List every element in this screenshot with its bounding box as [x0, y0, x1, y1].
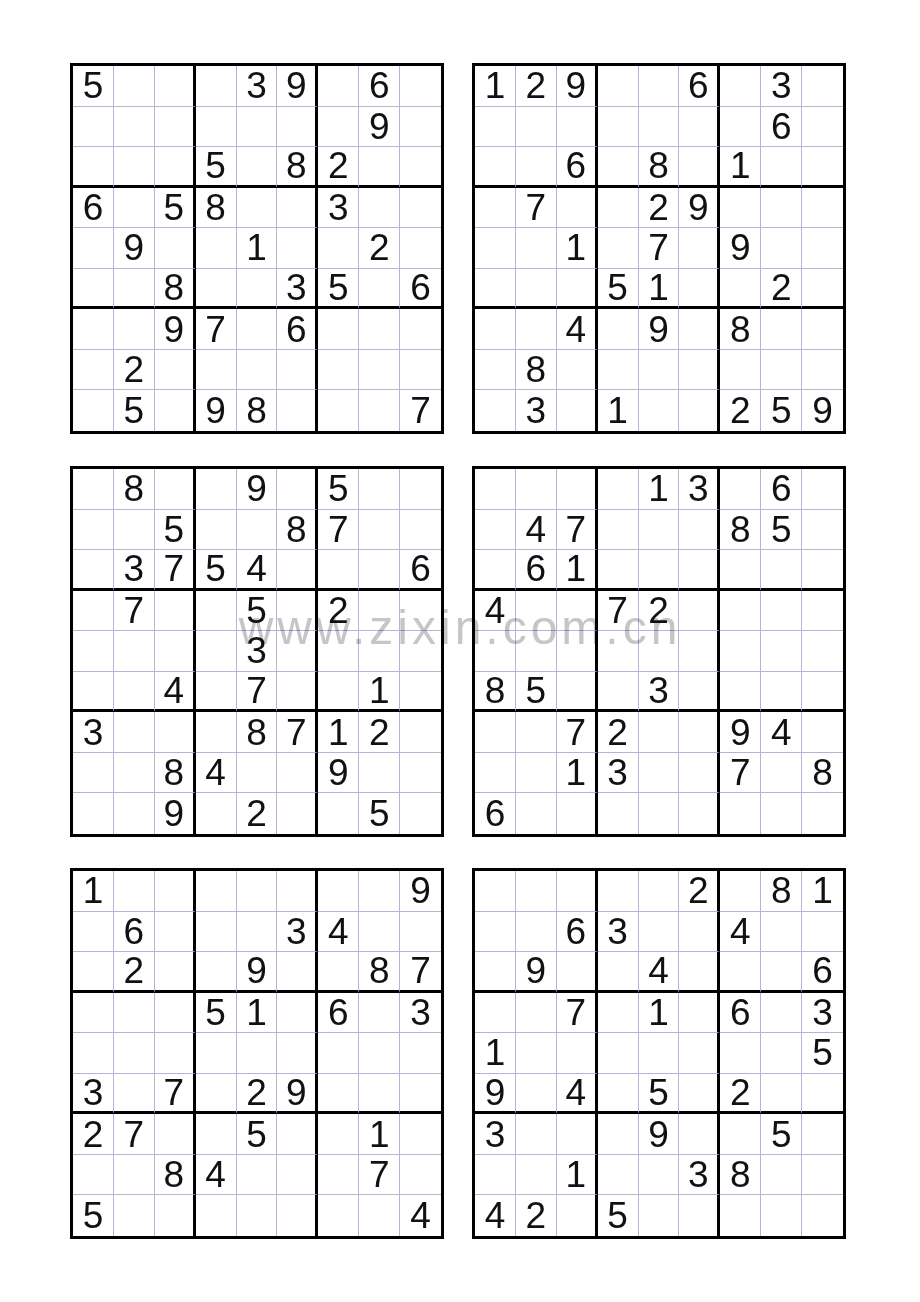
cell-p5-r5c9[interactable]: [400, 1033, 441, 1074]
cell-p2-r4c7[interactable]: [720, 188, 761, 229]
cell-p4-r7c2[interactable]: [516, 712, 557, 753]
cell-p3-r7c4[interactable]: [196, 712, 237, 753]
cell-p3-r4c3[interactable]: [155, 591, 196, 632]
cell-p3-r3c8[interactable]: [359, 550, 400, 591]
cell-p5-r1c3[interactable]: [155, 871, 196, 912]
cell-p1-r9c8[interactable]: [359, 390, 400, 431]
cell-p5-r5c6[interactable]: [277, 1033, 318, 1074]
cell-p2-r2c7[interactable]: [720, 107, 761, 148]
cell-p6-r8c4[interactable]: [598, 1155, 639, 1196]
cell-p6-r8c5[interactable]: [639, 1155, 680, 1196]
cell-p3-r1c3[interactable]: [155, 469, 196, 510]
cell-p3-r6c4[interactable]: [196, 672, 237, 713]
cell-p5-r8c7[interactable]: [318, 1155, 359, 1196]
cell-p6-r9c7[interactable]: [720, 1195, 761, 1236]
cell-p5-r2c8[interactable]: [359, 912, 400, 953]
cell-p5-r1c6[interactable]: [277, 871, 318, 912]
cell-p5-r7c6[interactable]: [277, 1114, 318, 1155]
cell-p4-r5c1[interactable]: [475, 631, 516, 672]
cell-p5-r7c9[interactable]: [400, 1114, 441, 1155]
cell-p6-r9c3[interactable]: [557, 1195, 598, 1236]
cell-p6-r6c2[interactable]: [516, 1074, 557, 1115]
cell-p3-r1c8[interactable]: [359, 469, 400, 510]
cell-p1-r2c4[interactable]: [196, 107, 237, 148]
cell-p4-r7c1[interactable]: [475, 712, 516, 753]
cell-p4-r6c8[interactable]: [761, 672, 802, 713]
cell-p6-r8c8[interactable]: [761, 1155, 802, 1196]
cell-p4-r3c8[interactable]: [761, 550, 802, 591]
cell-p4-r8c1[interactable]: [475, 753, 516, 794]
cell-p5-r3c6[interactable]: [277, 952, 318, 993]
cell-p1-r4c9[interactable]: [400, 188, 441, 229]
cell-p2-r4c3[interactable]: [557, 188, 598, 229]
cell-p4-r7c9[interactable]: [802, 712, 843, 753]
cell-p3-r6c9[interactable]: [400, 672, 441, 713]
cell-p2-r8c4[interactable]: [598, 350, 639, 391]
cell-p4-r1c2[interactable]: [516, 469, 557, 510]
cell-p1-r1c9[interactable]: [400, 66, 441, 107]
cell-p3-r6c2[interactable]: [114, 672, 155, 713]
cell-p1-r3c9[interactable]: [400, 147, 441, 188]
cell-p6-r1c1[interactable]: [475, 871, 516, 912]
cell-p5-r4c3[interactable]: [155, 993, 196, 1034]
cell-p4-r4c7[interactable]: [720, 591, 761, 632]
cell-p4-r3c1[interactable]: [475, 550, 516, 591]
cell-p2-r4c8[interactable]: [761, 188, 802, 229]
cell-p5-r9c5[interactable]: [237, 1195, 278, 1236]
cell-p6-r3c3[interactable]: [557, 952, 598, 993]
cell-p5-r7c7[interactable]: [318, 1114, 359, 1155]
cell-p2-r3c8[interactable]: [761, 147, 802, 188]
cell-p6-r3c8[interactable]: [761, 952, 802, 993]
cell-p4-r1c9[interactable]: [802, 469, 843, 510]
cell-p2-r2c3[interactable]: [557, 107, 598, 148]
cell-p1-r2c2[interactable]: [114, 107, 155, 148]
cell-p2-r5c9[interactable]: [802, 228, 843, 269]
cell-p1-r8c8[interactable]: [359, 350, 400, 391]
cell-p5-r2c4[interactable]: [196, 912, 237, 953]
cell-p6-r7c9[interactable]: [802, 1114, 843, 1155]
cell-p2-r1c9[interactable]: [802, 66, 843, 107]
cell-p1-r3c8[interactable]: [359, 147, 400, 188]
cell-p2-r8c1[interactable]: [475, 350, 516, 391]
cell-p5-r1c4[interactable]: [196, 871, 237, 912]
cell-p3-r2c1[interactable]: [73, 510, 114, 551]
cell-p1-r6c5[interactable]: [237, 269, 278, 310]
cell-p3-r5c1[interactable]: [73, 631, 114, 672]
cell-p4-r8c2[interactable]: [516, 753, 557, 794]
cell-p2-r4c1[interactable]: [475, 188, 516, 229]
cell-p3-r1c6[interactable]: [277, 469, 318, 510]
cell-p6-r5c5[interactable]: [639, 1033, 680, 1074]
cell-p4-r9c8[interactable]: [761, 793, 802, 834]
cell-p6-r8c1[interactable]: [475, 1155, 516, 1196]
cell-p1-r9c6[interactable]: [277, 390, 318, 431]
cell-p6-r2c2[interactable]: [516, 912, 557, 953]
cell-p1-r4c5[interactable]: [237, 188, 278, 229]
cell-p6-r3c4[interactable]: [598, 952, 639, 993]
cell-p2-r8c7[interactable]: [720, 350, 761, 391]
cell-p4-r9c6[interactable]: [679, 793, 720, 834]
cell-p3-r9c1[interactable]: [73, 793, 114, 834]
cell-p4-r9c2[interactable]: [516, 793, 557, 834]
cell-p5-r5c5[interactable]: [237, 1033, 278, 1074]
cell-p5-r5c4[interactable]: [196, 1033, 237, 1074]
cell-p1-r1c3[interactable]: [155, 66, 196, 107]
cell-p4-r8c6[interactable]: [679, 753, 720, 794]
cell-p1-r6c8[interactable]: [359, 269, 400, 310]
cell-p5-r3c4[interactable]: [196, 952, 237, 993]
cell-p6-r4c8[interactable]: [761, 993, 802, 1034]
cell-p5-r2c1[interactable]: [73, 912, 114, 953]
cell-p2-r5c6[interactable]: [679, 228, 720, 269]
cell-p5-r5c1[interactable]: [73, 1033, 114, 1074]
cell-p2-r9c6[interactable]: [679, 390, 720, 431]
cell-p1-r2c9[interactable]: [400, 107, 441, 148]
cell-p4-r5c4[interactable]: [598, 631, 639, 672]
cell-p4-r2c6[interactable]: [679, 510, 720, 551]
cell-p1-r8c5[interactable]: [237, 350, 278, 391]
cell-p4-r3c6[interactable]: [679, 550, 720, 591]
cell-p2-r3c1[interactable]: [475, 147, 516, 188]
cell-p5-r8c1[interactable]: [73, 1155, 114, 1196]
cell-p5-r8c9[interactable]: [400, 1155, 441, 1196]
cell-p1-r4c8[interactable]: [359, 188, 400, 229]
cell-p3-r9c6[interactable]: [277, 793, 318, 834]
cell-p2-r8c3[interactable]: [557, 350, 598, 391]
cell-p5-r6c2[interactable]: [114, 1074, 155, 1115]
cell-p4-r9c5[interactable]: [639, 793, 680, 834]
cell-p4-r1c7[interactable]: [720, 469, 761, 510]
cell-p6-r1c4[interactable]: [598, 871, 639, 912]
cell-p6-r4c6[interactable]: [679, 993, 720, 1034]
cell-p2-r2c4[interactable]: [598, 107, 639, 148]
cell-p1-r3c2[interactable]: [114, 147, 155, 188]
cell-p1-r2c1[interactable]: [73, 107, 114, 148]
cell-p5-r5c8[interactable]: [359, 1033, 400, 1074]
cell-p3-r3c7[interactable]: [318, 550, 359, 591]
cell-p5-r3c3[interactable]: [155, 952, 196, 993]
cell-p2-r2c2[interactable]: [516, 107, 557, 148]
cell-p6-r3c6[interactable]: [679, 952, 720, 993]
cell-p5-r7c4[interactable]: [196, 1114, 237, 1155]
cell-p6-r6c4[interactable]: [598, 1074, 639, 1115]
cell-p5-r4c8[interactable]: [359, 993, 400, 1034]
cell-p2-r9c1[interactable]: [475, 390, 516, 431]
cell-p4-r4c2[interactable]: [516, 591, 557, 632]
cell-p6-r9c5[interactable]: [639, 1195, 680, 1236]
cell-p5-r2c3[interactable]: [155, 912, 196, 953]
cell-p2-r8c6[interactable]: [679, 350, 720, 391]
cell-p6-r9c8[interactable]: [761, 1195, 802, 1236]
cell-p5-r6c8[interactable]: [359, 1074, 400, 1115]
cell-p5-r1c8[interactable]: [359, 871, 400, 912]
cell-p1-r5c9[interactable]: [400, 228, 441, 269]
cell-p5-r1c5[interactable]: [237, 871, 278, 912]
cell-p2-r3c6[interactable]: [679, 147, 720, 188]
cell-p1-r7c2[interactable]: [114, 309, 155, 350]
cell-p3-r1c9[interactable]: [400, 469, 441, 510]
cell-p2-r6c7[interactable]: [720, 269, 761, 310]
cell-p4-r9c4[interactable]: [598, 793, 639, 834]
cell-p6-r2c1[interactable]: [475, 912, 516, 953]
cell-p6-r7c7[interactable]: [720, 1114, 761, 1155]
cell-p5-r3c1[interactable]: [73, 952, 114, 993]
cell-p2-r7c6[interactable]: [679, 309, 720, 350]
cell-p5-r1c2[interactable]: [114, 871, 155, 912]
cell-p3-r8c5[interactable]: [237, 753, 278, 794]
cell-p3-r1c1[interactable]: [73, 469, 114, 510]
cell-p2-r5c8[interactable]: [761, 228, 802, 269]
cell-p5-r9c6[interactable]: [277, 1195, 318, 1236]
cell-p5-r9c2[interactable]: [114, 1195, 155, 1236]
cell-p3-r8c9[interactable]: [400, 753, 441, 794]
cell-p5-r4c6[interactable]: [277, 993, 318, 1034]
cell-p4-r7c6[interactable]: [679, 712, 720, 753]
cell-p6-r2c8[interactable]: [761, 912, 802, 953]
cell-p5-r6c7[interactable]: [318, 1074, 359, 1115]
cell-p1-r3c1[interactable]: [73, 147, 114, 188]
cell-p1-r8c3[interactable]: [155, 350, 196, 391]
cell-p3-r5c7[interactable]: [318, 631, 359, 672]
cell-p4-r5c5[interactable]: [639, 631, 680, 672]
cell-p5-r1c7[interactable]: [318, 871, 359, 912]
cell-p2-r4c9[interactable]: [802, 188, 843, 229]
cell-p4-r2c1[interactable]: [475, 510, 516, 551]
cell-p1-r2c3[interactable]: [155, 107, 196, 148]
cell-p4-r4c6[interactable]: [679, 591, 720, 632]
cell-p5-r6c9[interactable]: [400, 1074, 441, 1115]
cell-p1-r7c9[interactable]: [400, 309, 441, 350]
cell-p4-r3c7[interactable]: [720, 550, 761, 591]
cell-p5-r4c1[interactable]: [73, 993, 114, 1034]
cell-p4-r2c9[interactable]: [802, 510, 843, 551]
cell-p4-r9c9[interactable]: [802, 793, 843, 834]
cell-p2-r7c1[interactable]: [475, 309, 516, 350]
cell-p2-r1c4[interactable]: [598, 66, 639, 107]
cell-p4-r5c7[interactable]: [720, 631, 761, 672]
cell-p3-r4c4[interactable]: [196, 591, 237, 632]
cell-p5-r4c2[interactable]: [114, 993, 155, 1034]
cell-p1-r8c7[interactable]: [318, 350, 359, 391]
cell-p4-r1c1[interactable]: [475, 469, 516, 510]
cell-p5-r5c2[interactable]: [114, 1033, 155, 1074]
cell-p5-r8c2[interactable]: [114, 1155, 155, 1196]
cell-p1-r2c6[interactable]: [277, 107, 318, 148]
cell-p2-r3c9[interactable]: [802, 147, 843, 188]
cell-p4-r5c8[interactable]: [761, 631, 802, 672]
cell-p4-r8c5[interactable]: [639, 753, 680, 794]
cell-p3-r9c7[interactable]: [318, 793, 359, 834]
cell-p4-r6c7[interactable]: [720, 672, 761, 713]
cell-p1-r7c5[interactable]: [237, 309, 278, 350]
cell-p3-r9c2[interactable]: [114, 793, 155, 834]
cell-p3-r4c1[interactable]: [73, 591, 114, 632]
cell-p4-r3c9[interactable]: [802, 550, 843, 591]
cell-p5-r5c3[interactable]: [155, 1033, 196, 1074]
cell-p2-r9c3[interactable]: [557, 390, 598, 431]
cell-p3-r7c3[interactable]: [155, 712, 196, 753]
cell-p6-r3c1[interactable]: [475, 952, 516, 993]
cell-p2-r8c8[interactable]: [761, 350, 802, 391]
cell-p4-r1c3[interactable]: [557, 469, 598, 510]
cell-p1-r2c5[interactable]: [237, 107, 278, 148]
cell-p1-r5c3[interactable]: [155, 228, 196, 269]
cell-p6-r6c9[interactable]: [802, 1074, 843, 1115]
cell-p6-r7c6[interactable]: [679, 1114, 720, 1155]
cell-p3-r3c1[interactable]: [73, 550, 114, 591]
cell-p5-r6c4[interactable]: [196, 1074, 237, 1115]
cell-p2-r2c5[interactable]: [639, 107, 680, 148]
cell-p1-r9c3[interactable]: [155, 390, 196, 431]
cell-p4-r8c8[interactable]: [761, 753, 802, 794]
cell-p6-r4c4[interactable]: [598, 993, 639, 1034]
cell-p2-r6c1[interactable]: [475, 269, 516, 310]
cell-p2-r8c9[interactable]: [802, 350, 843, 391]
cell-p6-r6c6[interactable]: [679, 1074, 720, 1115]
cell-p5-r3c7[interactable]: [318, 952, 359, 993]
cell-p2-r7c8[interactable]: [761, 309, 802, 350]
cell-p6-r7c2[interactable]: [516, 1114, 557, 1155]
cell-p5-r9c3[interactable]: [155, 1195, 196, 1236]
cell-p5-r7c3[interactable]: [155, 1114, 196, 1155]
cell-p6-r5c6[interactable]: [679, 1033, 720, 1074]
cell-p2-r7c4[interactable]: [598, 309, 639, 350]
cell-p3-r8c6[interactable]: [277, 753, 318, 794]
cell-p1-r6c2[interactable]: [114, 269, 155, 310]
cell-p3-r5c2[interactable]: [114, 631, 155, 672]
cell-p1-r3c3[interactable]: [155, 147, 196, 188]
cell-p4-r4c9[interactable]: [802, 591, 843, 632]
cell-p1-r7c8[interactable]: [359, 309, 400, 350]
cell-p3-r5c3[interactable]: [155, 631, 196, 672]
cell-p4-r7c5[interactable]: [639, 712, 680, 753]
cell-p3-r2c4[interactable]: [196, 510, 237, 551]
cell-p3-r4c9[interactable]: [400, 591, 441, 632]
cell-p4-r4c8[interactable]: [761, 591, 802, 632]
cell-p3-r5c6[interactable]: [277, 631, 318, 672]
cell-p6-r2c5[interactable]: [639, 912, 680, 953]
cell-p3-r6c6[interactable]: [277, 672, 318, 713]
cell-p5-r5c7[interactable]: [318, 1033, 359, 1074]
cell-p1-r9c7[interactable]: [318, 390, 359, 431]
cell-p3-r7c9[interactable]: [400, 712, 441, 753]
cell-p6-r6c8[interactable]: [761, 1074, 802, 1115]
cell-p4-r6c3[interactable]: [557, 672, 598, 713]
cell-p4-r5c6[interactable]: [679, 631, 720, 672]
cell-p4-r3c4[interactable]: [598, 550, 639, 591]
cell-p4-r2c4[interactable]: [598, 510, 639, 551]
cell-p6-r1c2[interactable]: [516, 871, 557, 912]
cell-p2-r2c6[interactable]: [679, 107, 720, 148]
cell-p1-r5c6[interactable]: [277, 228, 318, 269]
cell-p2-r6c2[interactable]: [516, 269, 557, 310]
cell-p3-r8c2[interactable]: [114, 753, 155, 794]
cell-p1-r4c6[interactable]: [277, 188, 318, 229]
cell-p4-r1c4[interactable]: [598, 469, 639, 510]
cell-p1-r7c1[interactable]: [73, 309, 114, 350]
cell-p3-r3c6[interactable]: [277, 550, 318, 591]
cell-p6-r2c6[interactable]: [679, 912, 720, 953]
cell-p6-r3c7[interactable]: [720, 952, 761, 993]
cell-p6-r5c2[interactable]: [516, 1033, 557, 1074]
cell-p3-r4c8[interactable]: [359, 591, 400, 632]
cell-p4-r5c9[interactable]: [802, 631, 843, 672]
cell-p2-r7c9[interactable]: [802, 309, 843, 350]
cell-p4-r5c2[interactable]: [516, 631, 557, 672]
cell-p3-r6c7[interactable]: [318, 672, 359, 713]
cell-p6-r8c2[interactable]: [516, 1155, 557, 1196]
cell-p3-r2c2[interactable]: [114, 510, 155, 551]
cell-p6-r2c9[interactable]: [802, 912, 843, 953]
cell-p2-r2c9[interactable]: [802, 107, 843, 148]
cell-p5-r2c5[interactable]: [237, 912, 278, 953]
cell-p3-r2c9[interactable]: [400, 510, 441, 551]
cell-p3-r1c4[interactable]: [196, 469, 237, 510]
cell-p4-r9c3[interactable]: [557, 793, 598, 834]
cell-p6-r7c4[interactable]: [598, 1114, 639, 1155]
cell-p2-r2c1[interactable]: [475, 107, 516, 148]
cell-p4-r5c3[interactable]: [557, 631, 598, 672]
cell-p1-r1c7[interactable]: [318, 66, 359, 107]
cell-p3-r5c8[interactable]: [359, 631, 400, 672]
cell-p6-r5c3[interactable]: [557, 1033, 598, 1074]
cell-p6-r4c2[interactable]: [516, 993, 557, 1034]
cell-p2-r7c2[interactable]: [516, 309, 557, 350]
cell-p1-r3c5[interactable]: [237, 147, 278, 188]
cell-p1-r5c7[interactable]: [318, 228, 359, 269]
cell-p6-r5c7[interactable]: [720, 1033, 761, 1074]
cell-p4-r6c4[interactable]: [598, 672, 639, 713]
cell-p2-r8c5[interactable]: [639, 350, 680, 391]
cell-p4-r6c9[interactable]: [802, 672, 843, 713]
cell-p1-r8c1[interactable]: [73, 350, 114, 391]
cell-p2-r3c4[interactable]: [598, 147, 639, 188]
cell-p1-r8c6[interactable]: [277, 350, 318, 391]
cell-p5-r2c9[interactable]: [400, 912, 441, 953]
cell-p2-r1c7[interactable]: [720, 66, 761, 107]
cell-p1-r6c1[interactable]: [73, 269, 114, 310]
cell-p5-r8c6[interactable]: [277, 1155, 318, 1196]
cell-p1-r8c4[interactable]: [196, 350, 237, 391]
cell-p4-r2c5[interactable]: [639, 510, 680, 551]
cell-p6-r1c7[interactable]: [720, 871, 761, 912]
cell-p2-r6c3[interactable]: [557, 269, 598, 310]
cell-p2-r6c9[interactable]: [802, 269, 843, 310]
cell-p2-r5c2[interactable]: [516, 228, 557, 269]
cell-p3-r5c9[interactable]: [400, 631, 441, 672]
cell-p3-r2c8[interactable]: [359, 510, 400, 551]
cell-p1-r1c2[interactable]: [114, 66, 155, 107]
cell-p6-r1c3[interactable]: [557, 871, 598, 912]
cell-p6-r5c8[interactable]: [761, 1033, 802, 1074]
cell-p1-r2c7[interactable]: [318, 107, 359, 148]
cell-p2-r5c4[interactable]: [598, 228, 639, 269]
cell-p2-r4c4[interactable]: [598, 188, 639, 229]
cell-p1-r8c9[interactable]: [400, 350, 441, 391]
cell-p6-r4c1[interactable]: [475, 993, 516, 1034]
cell-p3-r7c2[interactable]: [114, 712, 155, 753]
cell-p3-r4c6[interactable]: [277, 591, 318, 632]
cell-p6-r7c3[interactable]: [557, 1114, 598, 1155]
cell-p4-r3c5[interactable]: [639, 550, 680, 591]
cell-p1-r9c1[interactable]: [73, 390, 114, 431]
cell-p4-r9c7[interactable]: [720, 793, 761, 834]
cell-p2-r9c5[interactable]: [639, 390, 680, 431]
cell-p5-r8c5[interactable]: [237, 1155, 278, 1196]
cell-p2-r6c6[interactable]: [679, 269, 720, 310]
cell-p1-r4c2[interactable]: [114, 188, 155, 229]
